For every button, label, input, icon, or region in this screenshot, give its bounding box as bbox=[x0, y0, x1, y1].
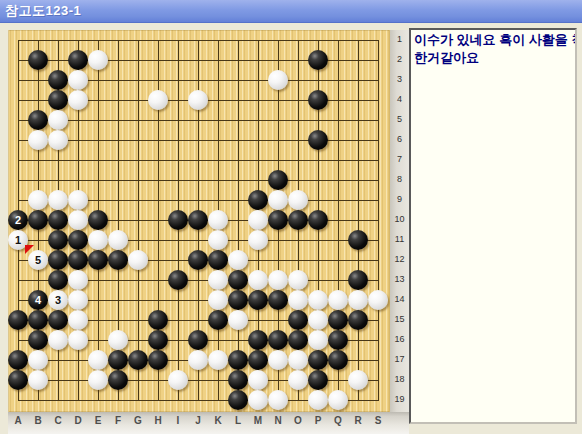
black-stone bbox=[228, 270, 248, 290]
black-stone bbox=[248, 350, 268, 370]
black-stone bbox=[48, 90, 68, 110]
black-stone bbox=[288, 210, 308, 230]
column-labels: ABCDEFGHIJKLMNOPQRS bbox=[8, 412, 409, 434]
row-label: 7 bbox=[390, 154, 409, 164]
white-stone bbox=[68, 70, 88, 90]
white-stone bbox=[68, 190, 88, 210]
black-stone bbox=[88, 210, 108, 230]
black-stone: 4 bbox=[28, 290, 48, 310]
column-label: R bbox=[354, 415, 361, 426]
black-stone bbox=[268, 170, 288, 190]
row-label: 15 bbox=[390, 314, 409, 324]
black-stone bbox=[268, 330, 288, 350]
black-stone bbox=[28, 210, 48, 230]
column-label: A bbox=[14, 415, 21, 426]
reference-diagram-window: 참고도123-1 21543 ABCDEFGHIJKLMNOPQRS 12345… bbox=[0, 0, 582, 434]
white-stone bbox=[148, 90, 168, 110]
white-stone bbox=[308, 390, 328, 410]
row-label: 14 bbox=[390, 294, 409, 304]
move-number-label: 2 bbox=[8, 210, 28, 230]
white-stone bbox=[68, 310, 88, 330]
white-stone bbox=[108, 230, 128, 250]
white-stone bbox=[348, 290, 368, 310]
column-label: S bbox=[375, 415, 382, 426]
black-stone bbox=[48, 210, 68, 230]
black-stone bbox=[308, 210, 328, 230]
black-stone bbox=[208, 310, 228, 330]
black-stone bbox=[68, 250, 88, 270]
white-stone bbox=[208, 230, 228, 250]
white-stone bbox=[88, 230, 108, 250]
black-stone bbox=[68, 50, 88, 70]
black-stone bbox=[28, 50, 48, 70]
white-stone bbox=[48, 130, 68, 150]
black-stone bbox=[168, 270, 188, 290]
black-stone bbox=[108, 350, 128, 370]
black-stone bbox=[148, 350, 168, 370]
white-stone bbox=[268, 270, 288, 290]
black-stone bbox=[308, 370, 328, 390]
row-label: 2 bbox=[390, 54, 409, 64]
white-stone bbox=[288, 290, 308, 310]
column-label: D bbox=[74, 415, 81, 426]
black-stone bbox=[108, 250, 128, 270]
column-label: N bbox=[274, 415, 281, 426]
white-stone bbox=[348, 370, 368, 390]
column-label: H bbox=[154, 415, 161, 426]
black-stone bbox=[48, 230, 68, 250]
black-stone bbox=[248, 290, 268, 310]
white-stone bbox=[68, 210, 88, 230]
row-label: 4 bbox=[390, 94, 409, 104]
white-stone bbox=[88, 50, 108, 70]
white-stone bbox=[28, 130, 48, 150]
black-stone bbox=[188, 210, 208, 230]
black-stone bbox=[208, 250, 228, 270]
window-title: 참고도123-1 bbox=[0, 0, 582, 22]
black-stone bbox=[328, 310, 348, 330]
black-stone bbox=[248, 190, 268, 210]
column-label: M bbox=[254, 415, 262, 426]
white-stone bbox=[288, 190, 308, 210]
column-label: L bbox=[235, 415, 241, 426]
black-stone bbox=[68, 230, 88, 250]
comment-panel[interactable]: 이수가 있네요 흑이 사활을 착각 한거같아요 bbox=[409, 28, 577, 424]
black-stone bbox=[308, 50, 328, 70]
black-stone: 2 bbox=[8, 210, 28, 230]
column-label: B bbox=[34, 415, 41, 426]
white-stone bbox=[228, 310, 248, 330]
white-stone bbox=[268, 190, 288, 210]
black-stone bbox=[48, 270, 68, 290]
white-stone bbox=[208, 350, 228, 370]
column-label: C bbox=[54, 415, 61, 426]
white-stone bbox=[248, 230, 268, 250]
row-label: 1 bbox=[390, 34, 409, 44]
black-stone bbox=[228, 290, 248, 310]
white-stone bbox=[68, 90, 88, 110]
column-label: E bbox=[95, 415, 102, 426]
white-stone bbox=[328, 390, 348, 410]
black-stone bbox=[348, 230, 368, 250]
white-stone bbox=[28, 350, 48, 370]
white-stone bbox=[248, 210, 268, 230]
white-stone bbox=[68, 330, 88, 350]
black-stone bbox=[48, 70, 68, 90]
white-stone bbox=[328, 290, 348, 310]
row-label: 9 bbox=[390, 194, 409, 204]
black-stone bbox=[28, 310, 48, 330]
row-label: 3 bbox=[390, 74, 409, 84]
black-stone bbox=[328, 330, 348, 350]
white-stone bbox=[208, 210, 228, 230]
white-stone bbox=[268, 350, 288, 370]
white-stone bbox=[208, 270, 228, 290]
white-stone bbox=[268, 70, 288, 90]
row-labels: 12345678910111213141516171819 bbox=[390, 30, 409, 412]
black-stone bbox=[8, 310, 28, 330]
white-stone bbox=[248, 370, 268, 390]
white-stone bbox=[88, 370, 108, 390]
white-stone bbox=[308, 330, 328, 350]
black-stone bbox=[308, 130, 328, 150]
column-label: K bbox=[214, 415, 221, 426]
white-stone bbox=[288, 270, 308, 290]
column-label: F bbox=[115, 415, 121, 426]
column-label: P bbox=[315, 415, 322, 426]
white-stone bbox=[28, 190, 48, 210]
white-stone bbox=[288, 370, 308, 390]
black-stone bbox=[308, 90, 328, 110]
comment-text-line2: 한거같아요 bbox=[411, 48, 575, 66]
row-label: 10 bbox=[390, 214, 409, 224]
comment-text-line1: 이수가 있네요 흑이 사활을 착각 bbox=[411, 30, 575, 48]
column-label: I bbox=[177, 415, 180, 426]
white-stone bbox=[308, 310, 328, 330]
black-stone bbox=[188, 330, 208, 350]
black-stone bbox=[148, 310, 168, 330]
white-stone bbox=[68, 270, 88, 290]
black-stone bbox=[228, 390, 248, 410]
row-label: 11 bbox=[390, 234, 409, 244]
black-stone bbox=[248, 330, 268, 350]
white-stone bbox=[368, 290, 388, 310]
white-stone bbox=[248, 270, 268, 290]
black-stone bbox=[148, 330, 168, 350]
white-stone bbox=[48, 330, 68, 350]
white-stone bbox=[208, 290, 228, 310]
black-stone bbox=[228, 370, 248, 390]
black-stone bbox=[348, 270, 368, 290]
black-stone bbox=[88, 250, 108, 270]
white-stone bbox=[308, 290, 328, 310]
black-stone bbox=[268, 210, 288, 230]
white-stone bbox=[48, 110, 68, 130]
white-stone bbox=[288, 350, 308, 370]
white-stone bbox=[228, 250, 248, 270]
white-stone: 3 bbox=[48, 290, 68, 310]
move-number-label: 3 bbox=[48, 290, 68, 310]
row-label: 6 bbox=[390, 134, 409, 144]
row-label: 17 bbox=[390, 354, 409, 364]
black-stone bbox=[168, 210, 188, 230]
black-stone bbox=[108, 370, 128, 390]
black-stone bbox=[28, 330, 48, 350]
black-stone bbox=[128, 350, 148, 370]
row-label: 18 bbox=[390, 374, 409, 384]
current-move-marker bbox=[25, 245, 34, 254]
row-label: 5 bbox=[390, 114, 409, 124]
black-stone bbox=[328, 350, 348, 370]
move-number-label: 4 bbox=[28, 290, 48, 310]
column-label: G bbox=[134, 415, 142, 426]
column-label: O bbox=[294, 415, 302, 426]
row-label: 16 bbox=[390, 334, 409, 344]
white-stone bbox=[268, 390, 288, 410]
white-stone bbox=[28, 370, 48, 390]
white-stone bbox=[248, 390, 268, 410]
white-stone bbox=[108, 330, 128, 350]
black-stone bbox=[48, 250, 68, 270]
black-stone bbox=[48, 310, 68, 330]
white-stone bbox=[68, 290, 88, 310]
column-label: Q bbox=[334, 415, 342, 426]
black-stone bbox=[308, 350, 328, 370]
black-stone bbox=[268, 290, 288, 310]
row-label: 8 bbox=[390, 174, 409, 184]
title-bar: 참고도123-1 bbox=[0, 0, 582, 23]
column-label: J bbox=[195, 415, 201, 426]
row-label: 13 bbox=[390, 274, 409, 284]
white-stone bbox=[88, 350, 108, 370]
black-stone bbox=[8, 350, 28, 370]
black-stone bbox=[288, 330, 308, 350]
row-label: 12 bbox=[390, 254, 409, 264]
white-stone bbox=[188, 90, 208, 110]
black-stone bbox=[288, 310, 308, 330]
row-label: 19 bbox=[390, 394, 409, 404]
black-stone bbox=[348, 310, 368, 330]
white-stone bbox=[188, 350, 208, 370]
go-board[interactable]: 21543 bbox=[8, 30, 390, 412]
black-stone bbox=[28, 110, 48, 130]
black-stone bbox=[8, 370, 28, 390]
black-stone bbox=[188, 250, 208, 270]
white-stone bbox=[128, 250, 148, 270]
black-stone bbox=[228, 350, 248, 370]
white-stone bbox=[48, 190, 68, 210]
white-stone bbox=[168, 370, 188, 390]
